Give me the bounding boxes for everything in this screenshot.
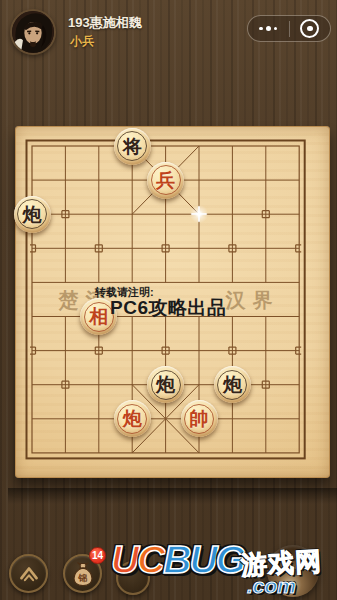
board-edge xyxy=(13,477,332,488)
chevron-up-icon xyxy=(16,561,42,587)
miniprogram-capsule xyxy=(247,15,331,42)
more-button[interactable] xyxy=(248,16,289,41)
piece-black-炮[interactable]: 炮 xyxy=(214,366,251,403)
avatar-face-image xyxy=(12,11,54,53)
player-avatar xyxy=(10,9,56,55)
watermark-letter: B xyxy=(163,538,189,581)
watermark-letter: U xyxy=(111,538,137,581)
pouch-count-badge: 14 xyxy=(89,547,106,564)
player-rank-label: 小兵 xyxy=(70,33,94,50)
watermark-letter: U xyxy=(190,538,216,581)
piece-black-炮[interactable]: 炮 xyxy=(14,196,51,233)
watermark-letter: C xyxy=(137,538,163,581)
sparkle-effect xyxy=(189,204,209,224)
watermark-ucbug: UCBUG xyxy=(111,540,244,579)
more-icon xyxy=(259,26,277,31)
collapse-button[interactable] xyxy=(9,554,48,593)
app-screen: 193惠施相魏 小兵 楚河 汉界 将兵炮相炮炮炮帥 转载请注明: PC6攻略出品 xyxy=(0,0,337,600)
board-shadow xyxy=(8,488,337,504)
piece-red-帥[interactable]: 帥 xyxy=(181,400,218,437)
level-title: 193惠施相魏 xyxy=(68,14,142,32)
piece-red-炮[interactable]: 炮 xyxy=(114,400,151,437)
river-label-right: 汉界 xyxy=(219,287,280,314)
close-button[interactable] xyxy=(290,16,331,41)
watermark-text: PC6攻略出品 xyxy=(110,295,226,321)
svg-text:锦: 锦 xyxy=(77,572,87,582)
piece-black-炮[interactable]: 炮 xyxy=(147,366,184,403)
circle-dot-icon xyxy=(300,19,319,38)
piece-red-兵[interactable]: 兵 xyxy=(147,162,184,199)
piece-black-将[interactable]: 将 xyxy=(114,128,151,165)
watermark-domain: .com xyxy=(247,574,296,598)
